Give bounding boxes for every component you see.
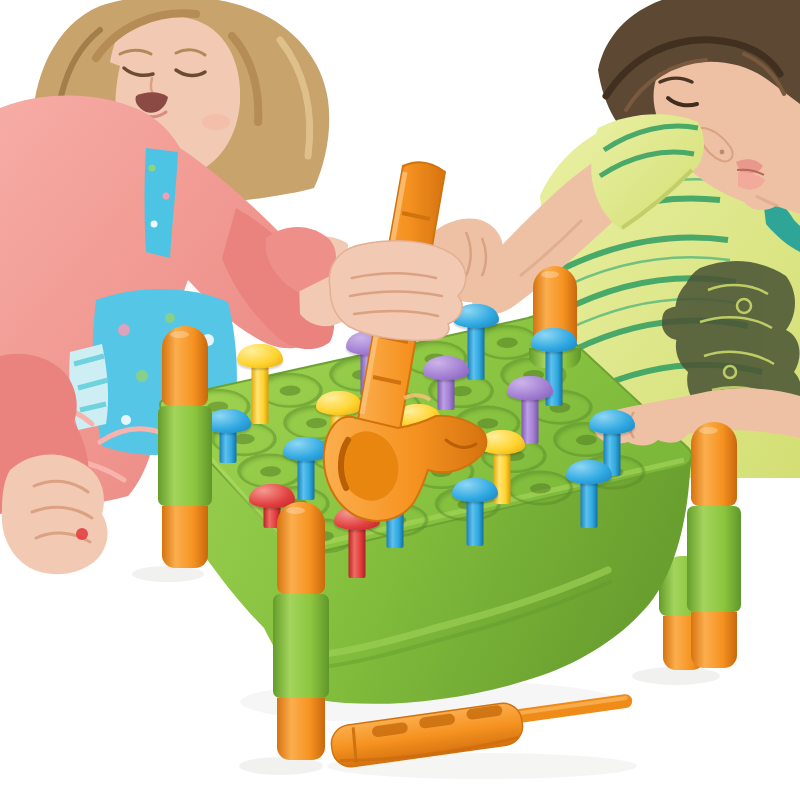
post-segment-green bbox=[273, 594, 329, 698]
toy-scene bbox=[0, 0, 800, 800]
screwdriver[interactable] bbox=[0, 0, 800, 800]
post-segment-orange bbox=[277, 502, 325, 594]
post-segment-orange bbox=[277, 698, 325, 760]
post-front-left[interactable] bbox=[277, 502, 325, 760]
